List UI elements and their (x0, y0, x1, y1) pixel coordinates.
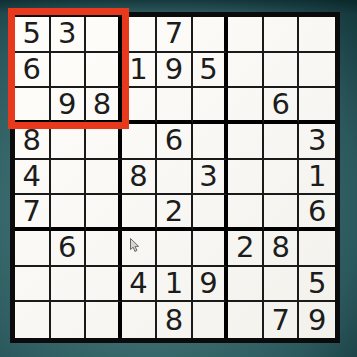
cell-r8c4[interactable]: 4 (122, 267, 158, 303)
cell-r6c7[interactable] (228, 195, 264, 231)
cell-r4c3[interactable] (86, 124, 122, 160)
cell-r3c7[interactable] (228, 88, 264, 124)
cell-r5c1[interactable]: 4 (15, 160, 51, 196)
cell-r8c7[interactable] (228, 267, 264, 303)
cell-r5c4[interactable]: 8 (122, 160, 158, 196)
cell-r2c3[interactable] (86, 53, 122, 89)
cell-r7c8[interactable]: 8 (264, 231, 300, 267)
cell-r9c6[interactable] (193, 302, 229, 338)
cell-r1c8[interactable] (264, 17, 300, 53)
cell-r5c3[interactable] (86, 160, 122, 196)
cell-r1c7[interactable] (228, 17, 264, 53)
cell-r8c9[interactable]: 5 (299, 267, 335, 303)
cell-r1c1[interactable]: 5 (15, 17, 51, 53)
cell-r2c6[interactable]: 5 (193, 53, 229, 89)
sudoku-board: 537619598686348317266284195879 (10, 12, 340, 343)
cell-r3c8[interactable]: 6 (264, 88, 300, 124)
cell-r9c4[interactable] (122, 302, 158, 338)
cell-r7c4[interactable] (122, 231, 158, 267)
cell-r7c2[interactable]: 6 (51, 231, 87, 267)
cell-r7c3[interactable] (86, 231, 122, 267)
cell-r8c6[interactable]: 9 (193, 267, 229, 303)
cell-r7c1[interactable] (15, 231, 51, 267)
cell-r1c2[interactable]: 3 (51, 17, 87, 53)
cell-r1c5[interactable]: 7 (157, 17, 193, 53)
cell-r6c4[interactable] (122, 195, 158, 231)
cell-r9c7[interactable] (228, 302, 264, 338)
cell-r3c4[interactable] (122, 88, 158, 124)
cell-r5c8[interactable] (264, 160, 300, 196)
cell-r2c9[interactable] (299, 53, 335, 89)
cell-r1c6[interactable] (193, 17, 229, 53)
cell-r5c7[interactable] (228, 160, 264, 196)
cell-r6c2[interactable] (51, 195, 87, 231)
cell-r3c9[interactable] (299, 88, 335, 124)
cell-r1c9[interactable] (299, 17, 335, 53)
cell-r9c8[interactable]: 7 (264, 302, 300, 338)
cell-r4c5[interactable]: 6 (157, 124, 193, 160)
screenshot-root: { "game": "sudoku", "position": "53..7..… (0, 0, 357, 357)
cell-r4c7[interactable] (228, 124, 264, 160)
cell-r6c1[interactable]: 7 (15, 195, 51, 231)
cell-r2c7[interactable] (228, 53, 264, 89)
cell-r5c5[interactable] (157, 160, 193, 196)
cell-r6c6[interactable] (193, 195, 229, 231)
cell-r9c3[interactable] (86, 302, 122, 338)
cell-r2c5[interactable]: 9 (157, 53, 193, 89)
cell-r7c7[interactable]: 2 (228, 231, 264, 267)
cell-r5c9[interactable]: 1 (299, 160, 335, 196)
cell-r6c3[interactable] (86, 195, 122, 231)
cell-r3c3[interactable]: 8 (86, 88, 122, 124)
cell-r2c8[interactable] (264, 53, 300, 89)
cell-r1c3[interactable] (86, 17, 122, 53)
cell-r4c9[interactable]: 3 (299, 124, 335, 160)
cell-r7c5[interactable] (157, 231, 193, 267)
cell-r6c5[interactable]: 2 (157, 195, 193, 231)
cell-r9c9[interactable]: 9 (299, 302, 335, 338)
cell-r8c5[interactable]: 1 (157, 267, 193, 303)
cell-r8c1[interactable] (15, 267, 51, 303)
cell-r7c9[interactable] (299, 231, 335, 267)
cell-r3c2[interactable]: 9 (51, 88, 87, 124)
cell-r9c2[interactable] (51, 302, 87, 338)
cell-r4c1[interactable]: 8 (15, 124, 51, 160)
cell-r2c1[interactable]: 6 (15, 53, 51, 89)
cell-r4c8[interactable] (264, 124, 300, 160)
cell-r4c4[interactable] (122, 124, 158, 160)
cell-r2c2[interactable] (51, 53, 87, 89)
cell-r4c6[interactable] (193, 124, 229, 160)
cell-r9c1[interactable] (15, 302, 51, 338)
cell-r8c2[interactable] (51, 267, 87, 303)
cell-r5c6[interactable]: 3 (193, 160, 229, 196)
cell-r3c5[interactable] (157, 88, 193, 124)
cell-r1c4[interactable] (122, 17, 158, 53)
cell-r6c9[interactable]: 6 (299, 195, 335, 231)
cell-r6c8[interactable] (264, 195, 300, 231)
cell-r7c6[interactable] (193, 231, 229, 267)
cell-r8c3[interactable] (86, 267, 122, 303)
cell-r8c8[interactable] (264, 267, 300, 303)
cell-r2c4[interactable]: 1 (122, 53, 158, 89)
cell-r5c2[interactable] (51, 160, 87, 196)
cell-r3c6[interactable] (193, 88, 229, 124)
cell-r9c5[interactable]: 8 (157, 302, 193, 338)
cell-r4c2[interactable] (51, 124, 87, 160)
cell-r3c1[interactable] (15, 88, 51, 124)
